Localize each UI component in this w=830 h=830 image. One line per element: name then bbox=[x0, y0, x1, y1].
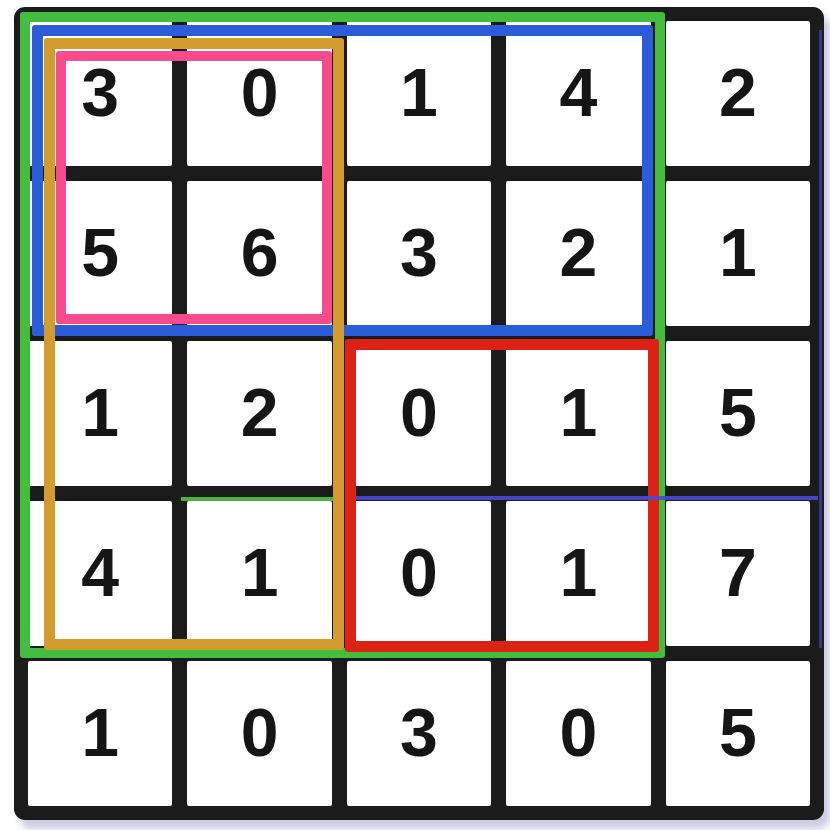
cell-value: 4 bbox=[559, 58, 597, 126]
cell-r1c1: 3 bbox=[28, 21, 172, 166]
cell-value: 2 bbox=[241, 378, 279, 446]
cell-value: 3 bbox=[400, 698, 438, 766]
cell-r5c5: 5 bbox=[666, 661, 810, 806]
cell-value: 0 bbox=[400, 378, 438, 446]
cell-value: 3 bbox=[400, 218, 438, 286]
prefix-sum-grid-diagram: 3014256321120154101710305 bbox=[0, 0, 830, 830]
cell-value: 5 bbox=[81, 218, 119, 286]
cell-r4c1: 4 bbox=[28, 501, 172, 646]
cell-r5c1: 1 bbox=[28, 661, 172, 806]
cell-value: 0 bbox=[400, 538, 438, 606]
cell-value: 0 bbox=[241, 698, 279, 766]
cell-value: 0 bbox=[559, 698, 597, 766]
cell-value: 3 bbox=[81, 58, 119, 126]
cell-value: 7 bbox=[719, 538, 757, 606]
cell-r1c5: 2 bbox=[666, 21, 810, 166]
cell-value: 1 bbox=[559, 538, 597, 606]
cell-value: 2 bbox=[559, 218, 597, 286]
cell-r4c2: 1 bbox=[187, 501, 331, 646]
cell-r5c2: 0 bbox=[187, 661, 331, 806]
cell-r1c3: 1 bbox=[347, 21, 491, 166]
cell-r1c2: 0 bbox=[187, 21, 331, 166]
cell-value: 4 bbox=[81, 538, 119, 606]
cell-r2c5: 1 bbox=[666, 181, 810, 326]
cell-r4c4: 1 bbox=[506, 501, 650, 646]
cell-value: 1 bbox=[719, 218, 757, 286]
cell-r3c5: 5 bbox=[666, 341, 810, 486]
number-grid: 3014256321120154101710305 bbox=[28, 21, 810, 806]
cell-value: 1 bbox=[81, 378, 119, 446]
cell-value: 1 bbox=[81, 698, 119, 766]
cell-r5c3: 3 bbox=[347, 661, 491, 806]
cell-value: 0 bbox=[241, 58, 279, 126]
cell-value: 1 bbox=[241, 538, 279, 606]
cell-r2c1: 5 bbox=[28, 181, 172, 326]
cell-value: 5 bbox=[719, 698, 757, 766]
cell-r4c3: 0 bbox=[347, 501, 491, 646]
cell-value: 5 bbox=[719, 378, 757, 446]
cell-r3c4: 1 bbox=[506, 341, 650, 486]
cell-value: 1 bbox=[400, 58, 438, 126]
cell-r1c4: 4 bbox=[506, 21, 650, 166]
cell-r2c3: 3 bbox=[347, 181, 491, 326]
cell-r5c4: 0 bbox=[506, 661, 650, 806]
grid-board: 3014256321120154101710305 bbox=[14, 7, 824, 820]
cell-r4c5: 7 bbox=[666, 501, 810, 646]
cell-r3c1: 1 bbox=[28, 341, 172, 486]
cell-r3c2: 2 bbox=[187, 341, 331, 486]
cell-value: 2 bbox=[719, 58, 757, 126]
cell-r2c4: 2 bbox=[506, 181, 650, 326]
cell-value: 1 bbox=[559, 378, 597, 446]
cell-value: 6 bbox=[241, 218, 279, 286]
cell-r3c3: 0 bbox=[347, 341, 491, 486]
cell-r2c2: 6 bbox=[187, 181, 331, 326]
